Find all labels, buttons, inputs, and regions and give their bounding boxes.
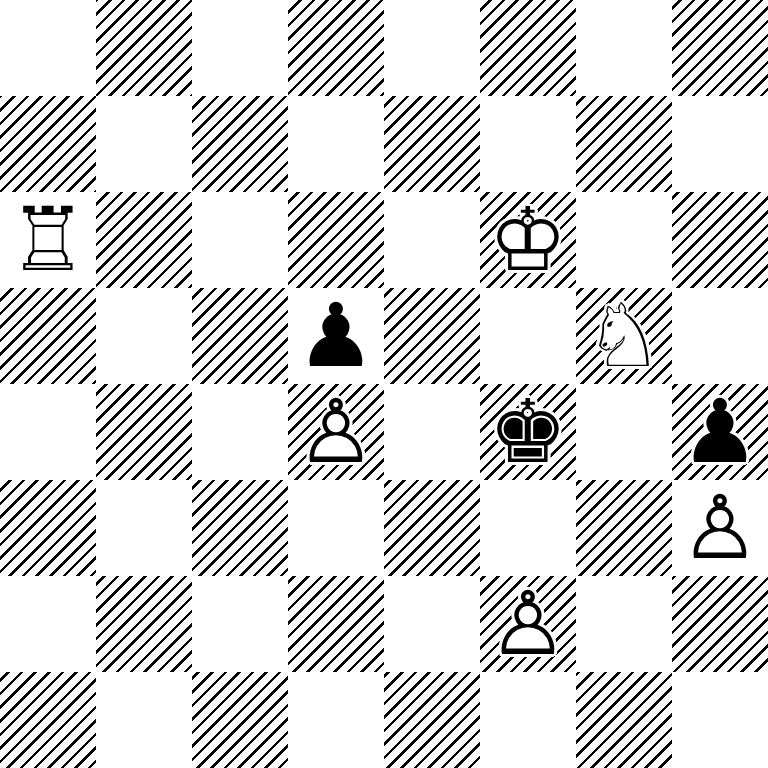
square-c8[interactable] (192, 0, 288, 96)
white-rook-icon: ♖ (0, 192, 96, 288)
square-c4[interactable] (192, 384, 288, 480)
square-h7[interactable] (672, 96, 768, 192)
square-d4[interactable]: ♟♙ (288, 384, 384, 480)
square-h4[interactable]: ♟♟ (672, 384, 768, 480)
square-h6[interactable] (672, 192, 768, 288)
square-d8[interactable] (288, 0, 384, 96)
square-d1[interactable] (288, 672, 384, 768)
square-a3[interactable] (0, 480, 96, 576)
square-d6[interactable] (288, 192, 384, 288)
square-c5[interactable] (192, 288, 288, 384)
white-knight-icon: ♘ (576, 288, 672, 384)
square-f5[interactable] (480, 288, 576, 384)
white-pawn-icon: ♙ (480, 576, 576, 672)
square-f7[interactable] (480, 96, 576, 192)
square-h5[interactable] (672, 288, 768, 384)
chess-diagram: ♜♖♚♔♟♟♞♘♟♙♚♚♟♟♟♙♟♙ (0, 0, 768, 768)
piece-white-pawn[interactable]: ♟♙ (288, 384, 384, 480)
square-a2[interactable] (0, 576, 96, 672)
piece-white-knight[interactable]: ♞♘ (576, 288, 672, 384)
piece-white-pawn[interactable]: ♟♙ (480, 576, 576, 672)
square-e5[interactable] (384, 288, 480, 384)
square-h1[interactable] (672, 672, 768, 768)
square-f8[interactable] (480, 0, 576, 96)
piece-white-rook[interactable]: ♜♖ (0, 192, 96, 288)
square-d7[interactable] (288, 96, 384, 192)
square-b3[interactable] (96, 480, 192, 576)
square-a4[interactable] (0, 384, 96, 480)
chess-board: ♜♖♚♔♟♟♞♘♟♙♚♚♟♟♟♙♟♙ (0, 0, 768, 768)
square-e4[interactable] (384, 384, 480, 480)
square-c2[interactable] (192, 576, 288, 672)
square-e2[interactable] (384, 576, 480, 672)
black-king-icon: ♚ (480, 384, 576, 480)
square-g5[interactable]: ♞♘ (576, 288, 672, 384)
square-b8[interactable] (96, 0, 192, 96)
square-c6[interactable] (192, 192, 288, 288)
square-d2[interactable] (288, 576, 384, 672)
square-c7[interactable] (192, 96, 288, 192)
square-g4[interactable] (576, 384, 672, 480)
piece-black-pawn[interactable]: ♟♟ (672, 384, 768, 480)
square-c3[interactable] (192, 480, 288, 576)
square-f1[interactable] (480, 672, 576, 768)
square-g1[interactable] (576, 672, 672, 768)
square-d3[interactable] (288, 480, 384, 576)
square-b1[interactable] (96, 672, 192, 768)
square-e3[interactable] (384, 480, 480, 576)
square-b6[interactable] (96, 192, 192, 288)
square-b4[interactable] (96, 384, 192, 480)
square-a1[interactable] (0, 672, 96, 768)
square-g6[interactable] (576, 192, 672, 288)
square-g8[interactable] (576, 0, 672, 96)
white-king-icon: ♔ (480, 192, 576, 288)
piece-white-king[interactable]: ♚♔ (480, 192, 576, 288)
piece-black-king[interactable]: ♚♚ (480, 384, 576, 480)
square-g3[interactable] (576, 480, 672, 576)
square-f4[interactable]: ♚♚ (480, 384, 576, 480)
square-h3[interactable]: ♟♙ (672, 480, 768, 576)
black-pawn-icon: ♟ (288, 288, 384, 384)
square-e7[interactable] (384, 96, 480, 192)
square-a6[interactable]: ♜♖ (0, 192, 96, 288)
piece-black-pawn[interactable]: ♟♟ (288, 288, 384, 384)
white-pawn-icon: ♙ (672, 480, 768, 576)
square-c1[interactable] (192, 672, 288, 768)
square-g7[interactable] (576, 96, 672, 192)
black-pawn-icon: ♟ (672, 384, 768, 480)
square-f3[interactable] (480, 480, 576, 576)
square-d5[interactable]: ♟♟ (288, 288, 384, 384)
square-b5[interactable] (96, 288, 192, 384)
square-a5[interactable] (0, 288, 96, 384)
square-e1[interactable] (384, 672, 480, 768)
square-h8[interactable] (672, 0, 768, 96)
square-f6[interactable]: ♚♔ (480, 192, 576, 288)
white-pawn-icon: ♙ (288, 384, 384, 480)
square-a7[interactable] (0, 96, 96, 192)
square-b7[interactable] (96, 96, 192, 192)
square-b2[interactable] (96, 576, 192, 672)
square-g2[interactable] (576, 576, 672, 672)
square-e8[interactable] (384, 0, 480, 96)
piece-white-pawn[interactable]: ♟♙ (672, 480, 768, 576)
square-h2[interactable] (672, 576, 768, 672)
square-e6[interactable] (384, 192, 480, 288)
square-f2[interactable]: ♟♙ (480, 576, 576, 672)
square-a8[interactable] (0, 0, 96, 96)
